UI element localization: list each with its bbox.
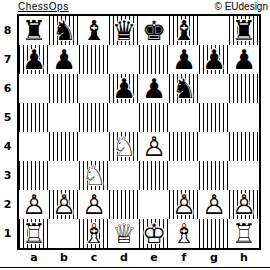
black-bishop[interactable]: ♝: [169, 16, 199, 45]
piece-glyph: ♝: [169, 16, 199, 43]
piece-glyph: ♙: [169, 190, 199, 217]
black-bishop[interactable]: ♝: [79, 16, 109, 45]
square-e4[interactable]: ♟♙: [139, 132, 169, 161]
square-b7[interactable]: ♟: [49, 45, 79, 74]
piece-glyph: ♙: [199, 190, 229, 217]
file-labels: abcdefgh: [19, 251, 259, 264]
piece-glyph: ♝: [79, 16, 109, 43]
square-d2[interactable]: [109, 190, 139, 219]
black-queen[interactable]: ♛: [109, 16, 139, 45]
black-pawn[interactable]: ♟: [169, 45, 199, 74]
square-a7[interactable]: ♟: [19, 45, 49, 74]
square-d7[interactable]: [109, 45, 139, 74]
piece-glyph: ♘: [79, 161, 109, 188]
square-f6[interactable]: ♞: [169, 74, 199, 103]
square-g2[interactable]: ♟♙: [199, 190, 229, 219]
square-a1[interactable]: ♜♖: [19, 219, 49, 248]
black-pawn[interactable]: ♟: [19, 45, 49, 74]
square-h7[interactable]: ♟: [229, 45, 259, 74]
piece-glyph: ♟: [109, 74, 139, 101]
piece-glyph: ♚: [139, 16, 169, 43]
square-c2[interactable]: ♟♙: [79, 190, 109, 219]
square-d6[interactable]: ♟: [109, 74, 139, 103]
black-king[interactable]: ♚: [139, 16, 169, 45]
square-b1[interactable]: [49, 219, 79, 248]
square-e8[interactable]: ♚: [139, 16, 169, 45]
piece-glyph: ♛: [109, 16, 139, 43]
black-pawn[interactable]: ♟: [199, 45, 229, 74]
square-b8[interactable]: ♞: [49, 16, 79, 45]
square-d1[interactable]: ♛♕: [109, 219, 139, 248]
file-label-h: h: [229, 251, 259, 264]
piece-glyph: ♞: [169, 74, 199, 101]
file-label-g: g: [199, 251, 229, 264]
rank-label-1: 1: [0, 219, 15, 248]
white-king[interactable]: ♚♔: [139, 219, 169, 248]
piece-glyph: ♘: [109, 132, 139, 159]
rank-label-5: 5: [0, 103, 15, 132]
piece-glyph: ♙: [139, 132, 169, 159]
rank-label-3: 3: [0, 161, 15, 190]
white-queen[interactable]: ♛♕: [109, 219, 139, 248]
white-knight[interactable]: ♞♘: [79, 161, 109, 190]
square-c5[interactable]: [79, 103, 109, 132]
square-d5[interactable]: [109, 103, 139, 132]
square-f4[interactable]: [169, 132, 199, 161]
file-label-f: f: [169, 251, 199, 264]
square-e7[interactable]: [139, 45, 169, 74]
file-label-c: c: [79, 251, 109, 264]
square-b3[interactable]: [49, 161, 79, 190]
black-pawn[interactable]: ♟: [139, 74, 169, 103]
white-knight[interactable]: ♞♘: [109, 132, 139, 161]
file-label-e: e: [139, 251, 169, 264]
square-g5[interactable]: [199, 103, 229, 132]
white-pawn[interactable]: ♟♙: [79, 190, 109, 219]
piece-glyph: ♗: [79, 219, 109, 246]
square-g8[interactable]: [199, 16, 229, 45]
black-pawn[interactable]: ♟: [49, 45, 79, 74]
square-h8[interactable]: ♜: [229, 16, 259, 45]
rank-label-6: 6: [0, 74, 15, 103]
rank-label-7: 7: [0, 45, 15, 74]
square-g4[interactable]: [199, 132, 229, 161]
black-rook[interactable]: ♜: [19, 16, 49, 45]
white-bishop[interactable]: ♝♗: [79, 219, 109, 248]
bottom-border-line: [0, 267, 270, 268]
square-h6[interactable]: [229, 74, 259, 103]
black-pawn[interactable]: ♟: [229, 45, 259, 74]
square-f8[interactable]: ♝: [169, 16, 199, 45]
chess-board: ♜♞♝♛♚♝♜♟♟♟♟♟♟♟♞♞♘♟♙♞♘♟♙♟♙♟♙♟♙♟♙♟♙♜♖♝♗♛♕♚…: [17, 14, 261, 250]
square-h5[interactable]: [229, 103, 259, 132]
square-a5[interactable]: [19, 103, 49, 132]
square-d3[interactable]: [109, 161, 139, 190]
square-h2[interactable]: ♟♙: [229, 190, 259, 219]
piece-glyph: ♖: [229, 219, 259, 246]
piece-glyph: ♙: [79, 190, 109, 217]
square-h1[interactable]: ♜♖: [229, 219, 259, 248]
square-d4[interactable]: ♞♘: [109, 132, 139, 161]
white-pawn[interactable]: ♟♙: [199, 190, 229, 219]
white-rook[interactable]: ♜♖: [229, 219, 259, 248]
square-g6[interactable]: [199, 74, 229, 103]
piece-glyph: ♗: [169, 219, 199, 246]
piece-glyph: ♜: [229, 16, 259, 43]
square-f1[interactable]: ♝♗: [169, 219, 199, 248]
square-c3[interactable]: ♞♘: [79, 161, 109, 190]
piece-glyph: ♟: [199, 45, 229, 72]
white-rook[interactable]: ♜♖: [19, 219, 49, 248]
piece-glyph: ♙: [19, 190, 49, 217]
square-g7[interactable]: ♟: [199, 45, 229, 74]
file-label-d: d: [109, 251, 139, 264]
square-c1[interactable]: ♝♗: [79, 219, 109, 248]
square-h3[interactable]: [229, 161, 259, 190]
square-h4[interactable]: [229, 132, 259, 161]
white-pawn[interactable]: ♟♙: [169, 190, 199, 219]
white-pawn[interactable]: ♟♙: [49, 190, 79, 219]
black-pawn[interactable]: ♟: [109, 74, 139, 103]
square-b6[interactable]: [49, 74, 79, 103]
piece-glyph: ♔: [139, 219, 169, 246]
square-g3[interactable]: [199, 161, 229, 190]
piece-glyph: ♟: [19, 45, 49, 72]
square-c8[interactable]: ♝: [79, 16, 109, 45]
rank-label-8: 8: [0, 16, 15, 45]
square-e5[interactable]: [139, 103, 169, 132]
file-label-a: a: [19, 251, 49, 264]
square-a2[interactable]: ♟♙: [19, 190, 49, 219]
square-a6[interactable]: [19, 74, 49, 103]
piece-glyph: ♟: [139, 74, 169, 101]
square-a4[interactable]: [19, 132, 49, 161]
white-bishop[interactable]: ♝♗: [169, 219, 199, 248]
black-rook[interactable]: ♜: [229, 16, 259, 45]
square-a3[interactable]: [19, 161, 49, 190]
copyright-credit: © EUdesign: [214, 1, 268, 13]
square-f5[interactable]: [169, 103, 199, 132]
piece-glyph: ♜: [19, 16, 49, 43]
piece-glyph: ♙: [49, 190, 79, 217]
rank-label-2: 2: [0, 190, 15, 219]
square-c7[interactable]: [79, 45, 109, 74]
square-c6[interactable]: [79, 74, 109, 103]
square-b4[interactable]: [49, 132, 79, 161]
square-b5[interactable]: [49, 103, 79, 132]
white-pawn[interactable]: ♟♙: [19, 190, 49, 219]
square-f2[interactable]: ♟♙: [169, 190, 199, 219]
file-label-b: b: [49, 251, 79, 264]
square-e6[interactable]: ♟: [139, 74, 169, 103]
piece-glyph: ♟: [229, 45, 259, 72]
square-b2[interactable]: ♟♙: [49, 190, 79, 219]
square-f7[interactable]: ♟: [169, 45, 199, 74]
black-knight[interactable]: ♞: [49, 16, 79, 45]
white-pawn[interactable]: ♟♙: [229, 190, 259, 219]
square-e2[interactable]: [139, 190, 169, 219]
piece-glyph: ♞: [49, 16, 79, 43]
piece-glyph: ♖: [19, 219, 49, 246]
piece-glyph: ♙: [229, 190, 259, 217]
square-d8[interactable]: ♛: [109, 16, 139, 45]
rank-labels: 87654321: [0, 16, 15, 248]
square-c4[interactable]: [79, 132, 109, 161]
square-e3[interactable]: [139, 161, 169, 190]
piece-glyph: ♟: [49, 45, 79, 72]
white-pawn[interactable]: ♟♙: [139, 132, 169, 161]
square-f3[interactable]: [169, 161, 199, 190]
black-knight[interactable]: ♞: [169, 74, 199, 103]
piece-glyph: ♟: [169, 45, 199, 72]
square-g1[interactable]: [199, 219, 229, 248]
app-title: ChessOps: [18, 1, 69, 13]
square-a8[interactable]: ♜: [19, 16, 49, 45]
square-e1[interactable]: ♚♔: [139, 219, 169, 248]
rank-label-4: 4: [0, 132, 15, 161]
piece-glyph: ♕: [109, 219, 139, 246]
chessops-diagram: { "header": { "title": "ChessOps", "cred…: [0, 0, 270, 270]
